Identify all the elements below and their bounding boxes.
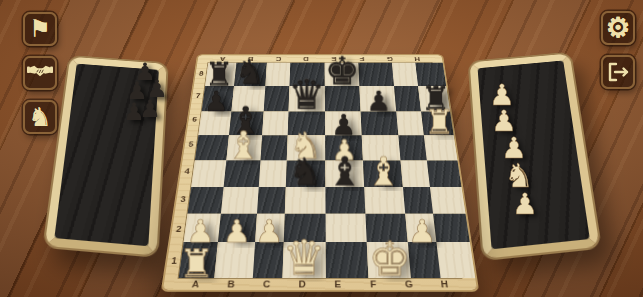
square-a1[interactable]: ♜	[179, 242, 218, 278]
flag-icon: ⚑	[29, 17, 51, 41]
square-c5[interactable]	[261, 135, 288, 160]
square-a8[interactable]: ♜	[205, 63, 236, 86]
file-labels-bottom: ABCDEFGH	[177, 278, 463, 290]
piece-white-pawn-b2[interactable]: ♟	[222, 215, 250, 247]
square-b8[interactable]: ♞	[234, 63, 267, 86]
knight-icon: ♞	[28, 104, 51, 130]
piece-black-queen-d7[interactable]: ♛	[288, 75, 324, 116]
square-f8[interactable]	[358, 63, 394, 86]
piece-white-pawn-g2[interactable]: ♟	[408, 215, 436, 247]
square-c6[interactable]	[262, 111, 288, 135]
coordinate-label: C	[264, 55, 292, 62]
chess-board: ABCDEFGH ABCDEFGH 87654321 87654321 ♜♞♚♟…	[163, 55, 477, 290]
settings-button[interactable]: ⚙	[601, 11, 635, 45]
piece-white-queen-d1[interactable]: ♛	[282, 235, 325, 283]
square-b4[interactable]	[223, 160, 260, 187]
coordinate-label: G	[391, 278, 428, 290]
hint-button[interactable]: ♞	[23, 100, 57, 134]
square-g3[interactable]	[403, 187, 433, 214]
square-e3[interactable]	[325, 187, 365, 214]
captured-black-pawn: ♟	[139, 97, 161, 121]
square-g7[interactable]	[394, 86, 421, 111]
exit-door-icon	[606, 60, 630, 84]
square-g8[interactable]	[392, 63, 418, 86]
coordinate-label: D	[292, 55, 320, 62]
square-a2[interactable]: ♟	[184, 214, 221, 242]
square-g5[interactable]	[398, 135, 426, 160]
coordinate-label: F	[355, 278, 391, 290]
coordinate-label: D	[284, 278, 320, 290]
coordinate-label: 8	[432, 63, 446, 85]
square-a3[interactable]	[187, 187, 223, 214]
coordinate-label: 3	[449, 185, 466, 214]
square-g4[interactable]	[400, 160, 429, 187]
square-b1[interactable]	[214, 242, 255, 278]
square-c8[interactable]	[266, 63, 291, 86]
square-d7[interactable]: ♛	[288, 86, 324, 111]
exit-button[interactable]	[601, 55, 635, 89]
coordinate-label: 4	[445, 158, 461, 185]
captured-white-pawn: ♟	[512, 190, 538, 219]
draw-offer-button[interactable]	[23, 56, 57, 90]
resign-button[interactable]: ⚑	[23, 12, 57, 46]
square-c2[interactable]: ♟	[255, 214, 284, 242]
piece-white-rook-a1[interactable]: ♜	[179, 243, 214, 283]
square-d1[interactable]: ♛	[282, 242, 325, 278]
square-e8[interactable]: ♚	[325, 63, 360, 86]
square-d4[interactable]: ♞	[286, 160, 326, 187]
square-f4[interactable]: ♝	[363, 160, 403, 187]
square-e2[interactable]	[325, 214, 366, 242]
square-g1[interactable]	[408, 242, 440, 278]
square-e4[interactable]: ♝	[325, 160, 364, 187]
board-squares: ♜♞♚♟♛♟♜♝♟♜♝♞♟♞♝♝♟♟♟♟♜♛♚	[179, 63, 462, 278]
coordinate-label: F	[348, 55, 376, 62]
square-c7[interactable]	[264, 86, 289, 111]
coordinate-label: E	[320, 55, 348, 62]
square-c3[interactable]	[257, 187, 285, 214]
square-c1[interactable]	[253, 242, 284, 278]
square-c4[interactable]	[259, 160, 287, 187]
chess-app-screen: ⚑ ♞ ⚙	[0, 0, 643, 297]
square-b3[interactable]	[221, 187, 259, 214]
coordinate-label: H	[426, 278, 463, 290]
coordinate-label: A	[208, 55, 237, 62]
square-g6[interactable]	[396, 111, 423, 135]
square-b5[interactable]: ♝	[226, 135, 262, 160]
coordinate-label: 2	[453, 214, 471, 245]
square-f3[interactable]	[364, 187, 405, 214]
square-a5[interactable]	[195, 135, 229, 160]
gear-icon: ⚙	[606, 15, 630, 42]
square-d3[interactable]	[285, 187, 326, 214]
square-b2[interactable]: ♟	[218, 214, 257, 242]
coordinate-label: C	[249, 278, 285, 290]
handshake-icon	[27, 60, 53, 86]
square-f7[interactable]: ♟	[359, 86, 396, 111]
coordinate-label: B	[236, 55, 264, 62]
file-labels-top: ABCDEFGH	[208, 55, 431, 62]
square-f6[interactable]	[360, 111, 398, 135]
coordinate-label: 5	[441, 132, 457, 158]
square-f1[interactable]: ♚	[367, 242, 411, 278]
square-e1[interactable]	[326, 242, 369, 278]
piece-black-pawn-a7[interactable]: ♟	[204, 88, 229, 115]
coordinate-label: H	[403, 55, 432, 62]
coordinate-label: A	[177, 278, 214, 290]
square-a4[interactable]	[191, 160, 226, 187]
piece-white-pawn-c2[interactable]: ♟	[255, 215, 283, 247]
piece-white-bishop-f4[interactable]: ♝	[366, 152, 402, 192]
piece-black-bishop-e4[interactable]: ♝	[327, 152, 363, 192]
coordinate-label: G	[375, 55, 403, 62]
square-e6[interactable]: ♟	[325, 111, 362, 135]
piece-black-pawn-f7[interactable]: ♟	[366, 88, 391, 115]
coordinate-label: E	[320, 278, 356, 290]
piece-white-king-f1[interactable]: ♚	[368, 235, 411, 282]
piece-white-bishop-b5[interactable]: ♝	[226, 126, 261, 165]
coordinate-label: B	[213, 278, 250, 290]
piece-black-knight-d4[interactable]: ♞	[288, 154, 322, 192]
